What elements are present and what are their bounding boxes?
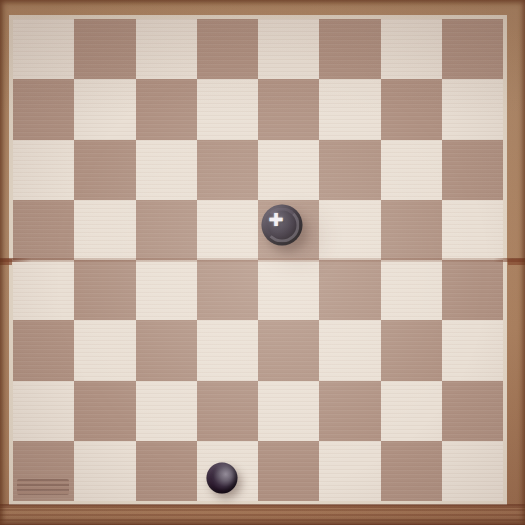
square-d5[interactable] (197, 200, 258, 260)
square-d7[interactable] (197, 79, 258, 139)
square-h1[interactable] (442, 441, 503, 501)
square-g2[interactable] (381, 381, 442, 441)
square-e7[interactable] (258, 79, 319, 139)
square-h3[interactable] (442, 320, 503, 380)
square-f5[interactable] (319, 200, 380, 260)
square-e3[interactable] (258, 320, 319, 380)
chessboard-photo: ✚ (0, 0, 525, 525)
square-c2[interactable] (136, 381, 197, 441)
square-d4[interactable] (197, 260, 258, 320)
board-fold-seam (0, 258, 525, 262)
square-e1[interactable] (258, 441, 319, 501)
square-e5[interactable]: ✚ (258, 200, 319, 260)
square-g4[interactable] (381, 260, 442, 320)
square-c1[interactable] (136, 441, 197, 501)
square-a5[interactable] (13, 200, 74, 260)
square-e8[interactable] (258, 19, 319, 79)
maker-stamp (17, 479, 69, 495)
square-f3[interactable] (319, 320, 380, 380)
square-e2[interactable] (258, 381, 319, 441)
square-a8[interactable] (13, 19, 74, 79)
square-h8[interactable] (442, 19, 503, 79)
square-a7[interactable] (13, 79, 74, 139)
square-a4[interactable] (13, 260, 74, 320)
square-h4[interactable] (442, 260, 503, 320)
square-g6[interactable] (381, 140, 442, 200)
square-g3[interactable] (381, 320, 442, 380)
fold-seam-right-cap (508, 259, 525, 265)
black-king[interactable]: ✚ (261, 205, 302, 246)
square-a3[interactable] (13, 320, 74, 380)
square-c4[interactable] (136, 260, 197, 320)
square-f7[interactable] (319, 79, 380, 139)
square-g1[interactable] (381, 441, 442, 501)
square-e4[interactable] (258, 260, 319, 320)
square-f6[interactable] (319, 140, 380, 200)
square-b8[interactable] (74, 19, 135, 79)
square-g5[interactable] (381, 200, 442, 260)
square-c8[interactable] (136, 19, 197, 79)
square-h6[interactable] (442, 140, 503, 200)
square-h2[interactable] (442, 381, 503, 441)
square-b7[interactable] (74, 79, 135, 139)
square-f2[interactable] (319, 381, 380, 441)
square-a2[interactable] (13, 381, 74, 441)
square-b4[interactable] (74, 260, 135, 320)
king-cross-icon: ✚ (269, 210, 284, 228)
square-h7[interactable] (442, 79, 503, 139)
square-d8[interactable] (197, 19, 258, 79)
square-c5[interactable] (136, 200, 197, 260)
fold-seam-left-cap (0, 259, 12, 265)
square-b6[interactable] (74, 140, 135, 200)
square-c6[interactable] (136, 140, 197, 200)
square-g8[interactable] (381, 19, 442, 79)
square-g7[interactable] (381, 79, 442, 139)
black-pawn[interactable] (207, 462, 238, 493)
square-b5[interactable] (74, 200, 135, 260)
square-a6[interactable] (13, 140, 74, 200)
square-d1[interactable] (197, 441, 258, 501)
board-frame-bottom (0, 504, 525, 525)
square-h5[interactable] (442, 200, 503, 260)
square-c7[interactable] (136, 79, 197, 139)
square-f8[interactable] (319, 19, 380, 79)
square-b3[interactable] (74, 320, 135, 380)
square-b2[interactable] (74, 381, 135, 441)
square-b1[interactable] (74, 441, 135, 501)
square-f4[interactable] (319, 260, 380, 320)
square-e6[interactable] (258, 140, 319, 200)
square-d2[interactable] (197, 381, 258, 441)
square-f1[interactable] (319, 441, 380, 501)
square-d3[interactable] (197, 320, 258, 380)
square-c3[interactable] (136, 320, 197, 380)
square-d6[interactable] (197, 140, 258, 200)
